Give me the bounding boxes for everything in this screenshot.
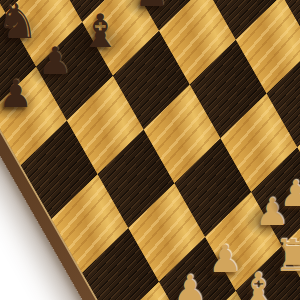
pawn-icon: ♟ bbox=[134, 0, 168, 12]
chessboard: ♞♝♟♟♟♟♟♟♟♝♜ bbox=[0, 0, 300, 300]
pawn-icon: ♟ bbox=[38, 42, 72, 80]
pawn-icon: ♟ bbox=[0, 75, 32, 113]
rook-icon: ♜ bbox=[273, 234, 300, 278]
pawn-icon: ♟ bbox=[208, 240, 242, 278]
chessboard-photo: ♞♝♟♟♟♟♟♟♟♝♜ bbox=[0, 0, 300, 300]
knight-icon: ♞ bbox=[0, 0, 39, 45]
pawn-icon: ♟ bbox=[173, 270, 207, 300]
pawn-icon: ♟ bbox=[279, 176, 300, 212]
bishop-icon: ♝ bbox=[80, 8, 121, 54]
board-frame: ♞♝♟♟♟♟♟♟♟♝♜ bbox=[0, 0, 300, 300]
